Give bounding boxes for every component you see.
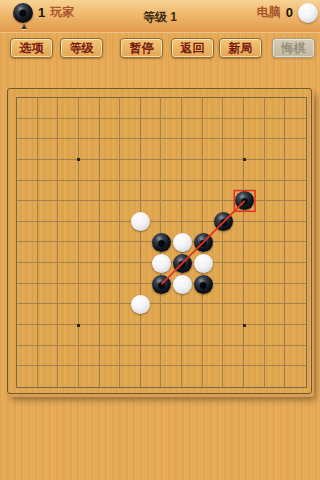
computer-score: 0 <box>286 5 293 20</box>
board-inner: ●●●●●●●○○○○○○ <box>16 97 307 388</box>
white-stone-icon: ○ <box>298 3 318 23</box>
turn-indicator-icon: ▲ <box>20 21 29 31</box>
win-line <box>162 201 245 284</box>
back-button[interactable]: 返回 <box>171 38 214 58</box>
gomoku-app-screen: ● 1 玩家 等级 1 电脑 0 ○ ▲ 选项 等级 暂停 返回 新局 悔棋 ●… <box>0 0 320 480</box>
computer-score-group: 电脑 0 ○ <box>257 2 318 23</box>
computer-label: 电脑 <box>257 4 281 21</box>
options-button[interactable]: 选项 <box>10 38 53 58</box>
top-status-bar: ● 1 玩家 等级 1 电脑 0 ○ ▲ <box>0 0 320 33</box>
board[interactable]: ●●●●●●●○○○○○○ <box>7 88 312 394</box>
level-button[interactable]: 等级 <box>60 38 103 58</box>
win-line-overlay <box>6 87 317 398</box>
pause-button[interactable]: 暂停 <box>120 38 163 58</box>
new-game-button[interactable]: 新局 <box>219 38 262 58</box>
undo-button[interactable]: 悔棋 <box>272 38 315 58</box>
